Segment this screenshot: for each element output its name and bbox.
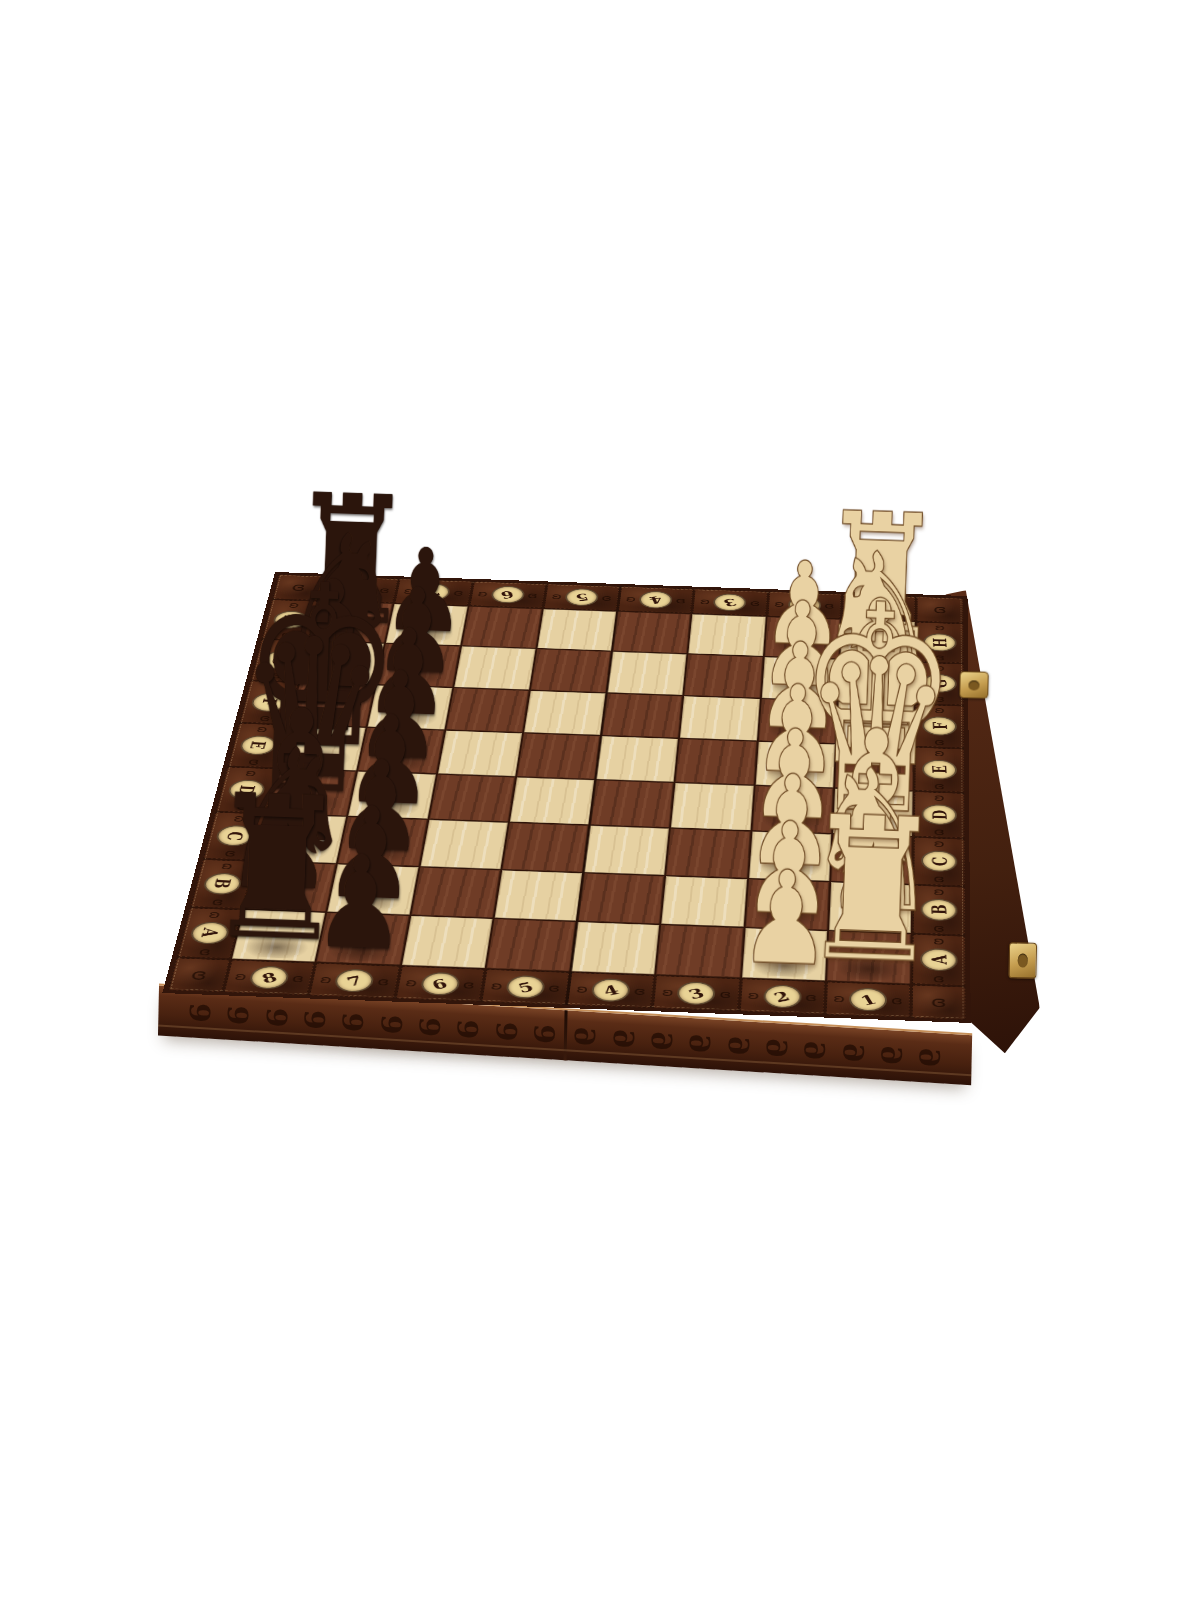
spiral-carving-icon: 6 — [761, 1038, 789, 1059]
scroll-motif-icon: ɞ — [891, 995, 903, 1006]
coordinate-label: H — [280, 615, 301, 625]
coordinate-label: D — [929, 810, 949, 820]
scroll-motif-icon: ɞ — [934, 827, 945, 837]
scroll-motif-icon: ɞ — [527, 591, 539, 600]
coordinate-label: 8 — [260, 970, 279, 985]
scroll-motif-icon: ʚ — [934, 748, 945, 758]
scroll-motif-icon: ʚ — [404, 977, 418, 988]
spiral-carving-icon: 6 — [263, 1007, 291, 1028]
scroll-motif-icon: ɞ — [805, 992, 817, 1003]
coordinate-label: 2 — [772, 989, 793, 1004]
scroll-motif-icon: ʚ — [277, 641, 290, 650]
brass-hinge-icon — [1008, 942, 1037, 979]
scroll-motif-icon: ʚ — [661, 987, 674, 998]
scroll-motif-icon: ɞ — [601, 594, 612, 603]
square-c5[interactable] — [502, 823, 588, 872]
near-rank-border-cell: ʚ2ɞ — [739, 979, 825, 1015]
scroll-motif-icon: ɞ — [750, 599, 761, 608]
near-rank-border-cell: ʚ1ɞ — [825, 982, 910, 1018]
coordinate-disc-rank-4-far: 4 — [638, 591, 673, 609]
scroll-motif-icon: ɞ — [247, 757, 260, 767]
coordinate-disc-rank-7-near: 7 — [333, 969, 375, 993]
scroll-motif-icon: ɞ — [933, 874, 944, 884]
scroll-motif-icon: ɞ — [280, 630, 293, 639]
frame-corner: ɞ — [912, 985, 966, 1020]
scroll-motif-icon: ʚ — [774, 600, 785, 609]
scroll-motif-icon: ʚ — [490, 980, 504, 991]
near-rank-border-cell: ʚ5ɞ — [481, 969, 569, 1005]
scroll-motif-icon: ɞ — [453, 589, 465, 597]
spiral-carving-icon: 6 — [493, 1021, 521, 1042]
scroll-motif-icon: ɞ — [935, 653, 946, 662]
scroll-motif-icon: ʚ — [933, 886, 944, 897]
scroll-motif-icon: ɞ — [719, 989, 732, 1000]
spiral-carving-icon: 6 — [915, 1047, 943, 1068]
spiral-carving-icon: 6 — [685, 1033, 713, 1054]
scroll-motif-icon: ɞ — [547, 982, 560, 993]
white-rook-a1[interactable]: ♜ — [750, 795, 994, 985]
near-rank-border-cell: ʚ7ɞ — [309, 963, 399, 999]
near-rank-border-cell: ʚ3ɞ — [653, 975, 739, 1011]
near-rank-border-cell: ʚ8ɞ — [224, 960, 315, 995]
coordinate-label: 4 — [601, 983, 621, 998]
coordinate-disc-rank-8-near: 8 — [248, 965, 291, 989]
scroll-motif-icon: ʚ — [934, 839, 945, 849]
square-g5[interactable] — [531, 649, 611, 692]
scroll-motif-icon: ʚ — [477, 589, 489, 597]
scroll-motif-icon: ʚ — [403, 587, 415, 595]
scroll-motif-icon: ɞ — [933, 923, 945, 934]
coordinate-disc-rank-4-near: 4 — [591, 978, 631, 1002]
near-rank-border-cell: ʚ4ɞ — [567, 972, 654, 1008]
scroll-motif-icon: ʚ — [319, 974, 333, 985]
square-b5[interactable] — [494, 870, 582, 921]
scroll-motif-icon: ɞ — [934, 737, 945, 746]
coordinate-disc-rank-6-near: 6 — [419, 972, 461, 996]
spiral-carving-icon: 6 — [187, 1002, 215, 1023]
scroll-motif-icon: ɞ — [462, 979, 476, 990]
scroll-motif-icon: ʚ — [747, 990, 760, 1001]
scroll-motif-icon: ʚ — [256, 724, 269, 733]
square-a4[interactable] — [571, 922, 659, 974]
square-a8[interactable]: ♜ — [232, 910, 325, 962]
coordinate-label: A — [928, 955, 949, 965]
near-rank-border-cell: ʚ6ɞ — [395, 966, 484, 1002]
spiral-carving-icon: 6 — [455, 1019, 483, 1040]
coordinate-disc-rank-5-near: 5 — [505, 975, 546, 999]
scroll-motif-icon: ʚ — [934, 664, 945, 673]
coordinate-label: 3 — [686, 986, 707, 1001]
coordinate-label: B — [929, 904, 950, 914]
scroll-motif-icon: ɞ — [898, 604, 908, 613]
coordinate-label: 6 — [430, 976, 450, 991]
spiral-carving-icon: 6 — [608, 1028, 636, 1049]
square-f4[interactable] — [602, 693, 683, 737]
scroll-motif-icon: ɞ — [189, 967, 208, 982]
scroll-motif-icon: ʚ — [848, 602, 859, 611]
coordinate-label: 4 — [647, 594, 664, 605]
scroll-motif-icon: ʚ — [267, 682, 280, 691]
coordinate-label: G — [269, 655, 290, 665]
coordinate-label: 5 — [515, 980, 535, 995]
spiral-carving-icon: 6 — [647, 1031, 675, 1052]
scroll-motif-icon: ɞ — [824, 602, 835, 611]
scroll-motif-icon: ʚ — [935, 623, 945, 632]
scroll-motif-icon: ʚ — [244, 768, 257, 778]
spiral-carving-icon: 6 — [800, 1040, 828, 1061]
spiral-carving-icon: 6 — [378, 1014, 406, 1035]
spiral-carving-icon: 6 — [417, 1016, 445, 1037]
scroll-motif-icon: ɞ — [675, 596, 686, 605]
chess-set-photo: 66666666666666666666 ɞʚ8ɞʚ7ɞʚ6ɞʚ5ɞʚ4ɞʚ3ɞ… — [0, 0, 1200, 1600]
coordinate-label: C — [224, 831, 247, 841]
scroll-motif-icon: ʚ — [288, 601, 300, 610]
spiral-carving-icon: 6 — [225, 1005, 253, 1026]
scroll-motif-icon: ɞ — [378, 586, 390, 594]
coordinate-disc-rank-5-far: 5 — [564, 588, 599, 606]
scroll-motif-icon: ɞ — [931, 995, 947, 1010]
scroll-motif-icon: ʚ — [934, 705, 945, 714]
board-plane: ɞʚ8ɞʚ7ɞʚ6ɞʚ5ɞʚ4ɞʚ3ɞʚ2ɞʚ1ɞɞʚHɞ♜♟♟♜ʚHɞʚGɞ♞… — [162, 572, 970, 1023]
coordinate-label: F — [259, 698, 280, 706]
scroll-motif-icon: ɞ — [934, 694, 945, 703]
square-c4[interactable] — [584, 826, 669, 875]
scroll-motif-icon: ʚ — [625, 595, 636, 604]
square-a1[interactable]: ♜ — [827, 931, 911, 984]
coordinate-label: C — [929, 857, 949, 867]
square-h4[interactable] — [613, 612, 691, 654]
square-d5[interactable] — [510, 777, 595, 824]
scroll-motif-icon: ʚ — [833, 993, 845, 1004]
square-f5[interactable] — [524, 691, 606, 735]
spiral-carving-icon: 6 — [532, 1024, 560, 1045]
brass-latch-icon — [959, 671, 989, 699]
spiral-carving-icon: 6 — [723, 1035, 751, 1056]
scroll-motif-icon: ɞ — [290, 582, 306, 593]
coordinate-label: E — [930, 765, 950, 774]
scroll-motif-icon: ɞ — [933, 973, 945, 984]
coordinate-disc-rank-2-near: 2 — [763, 984, 802, 1008]
coordinate-disc-rank-3-near: 3 — [677, 981, 717, 1005]
coordinate-label: D — [235, 784, 257, 795]
scroll-motif-icon: ɞ — [933, 604, 947, 615]
far-rank-border-cell: ʚ4ɞ — [618, 586, 693, 613]
coordinate-label: 5 — [573, 592, 590, 603]
board-perspective-scene: ɞʚ8ɞʚ7ɞʚ6ɞʚ5ɞʚ4ɞʚ3ɞʚ2ɞʚ1ɞɞʚHɞ♜♟♟♜ʚHɞʚGɞ♞… — [161, 570, 980, 1017]
square-e5[interactable] — [517, 733, 600, 779]
spiral-carving-icon: 6 — [838, 1042, 866, 1063]
square-h5[interactable] — [537, 609, 616, 651]
scroll-motif-icon: ɞ — [376, 976, 390, 987]
scroll-motif-icon: ɞ — [633, 986, 646, 997]
frame-corner: ɞ — [168, 958, 230, 992]
coordinate-label: E — [247, 741, 269, 750]
scroll-motif-icon: ʚ — [700, 597, 711, 606]
scroll-motif-icon: ʚ — [934, 793, 945, 803]
scroll-motif-icon: ɞ — [934, 781, 945, 791]
scroll-motif-icon: ɞ — [291, 973, 305, 984]
square-g4[interactable] — [607, 652, 686, 695]
coordinate-label: 1 — [857, 992, 878, 1007]
coordinate-label: 7 — [345, 973, 364, 988]
square-b4[interactable] — [578, 873, 664, 924]
far-rank-border-cell: ʚ5ɞ — [544, 584, 620, 611]
coordinate-label: F — [930, 722, 949, 730]
coordinate-label: A — [198, 928, 221, 939]
scroll-motif-icon: ʚ — [329, 584, 341, 592]
coordinate-disc-rank-1-near: 1 — [849, 987, 887, 1011]
spiral-carving-icon: 6 — [876, 1045, 904, 1066]
scroll-motif-icon: ʚ — [233, 971, 247, 982]
square-d4[interactable] — [590, 780, 673, 827]
square-e4[interactable] — [596, 736, 678, 782]
spiral-carving-icon: 6 — [302, 1009, 330, 1030]
square-a5[interactable] — [486, 919, 575, 971]
scroll-motif-icon: ʚ — [576, 983, 589, 994]
spiral-carving-icon: 6 — [340, 1012, 368, 1033]
scroll-motif-icon: ʚ — [933, 935, 945, 946]
black-rook-a8[interactable]: ♜ — [156, 774, 398, 964]
scroll-motif-icon: ʚ — [551, 592, 563, 601]
scroll-motif-icon: ɞ — [259, 713, 272, 722]
coordinate-label: B — [211, 878, 234, 889]
coordinate-label: H — [930, 638, 949, 648]
scroll-motif-icon: ɞ — [270, 671, 283, 680]
spiral-carving-icon: 6 — [570, 1026, 598, 1047]
coordinate-label: G — [930, 679, 949, 688]
